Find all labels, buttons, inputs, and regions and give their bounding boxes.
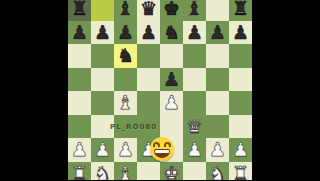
square-d4[interactable] (137, 91, 160, 115)
square-b7[interactable]: ♟ (91, 21, 114, 45)
black-rook-a8: ♜ (71, 0, 88, 21)
black-pawn-f7: ♟ (186, 21, 203, 45)
white-bishop-c1: ♝ (117, 162, 134, 181)
white-queen-f3: ♛ (186, 115, 203, 139)
white-pawn-g2: ♟ (209, 138, 226, 162)
square-c5[interactable] (114, 68, 137, 92)
black-pawn-h7: ♟ (232, 21, 249, 45)
black-pawn-e5: ♟ (163, 68, 180, 92)
square-e1[interactable]: ♚ (160, 162, 183, 181)
black-bishop-c8: ♝ (117, 0, 134, 21)
watermark-text: PL_RO080 (110, 123, 157, 131)
square-c4[interactable]: ♝ (114, 91, 137, 115)
emoji-teeth (155, 150, 169, 154)
square-e7[interactable]: ♞ (160, 21, 183, 45)
square-c1[interactable]: ♝ (114, 162, 137, 181)
black-king-e8: ♚ (163, 0, 180, 21)
square-d8[interactable]: ♛ (137, 0, 160, 21)
white-pawn-a2: ♟ (71, 138, 88, 162)
square-c2[interactable]: ♟ (114, 138, 137, 162)
grinning-emoji (150, 137, 174, 161)
square-f2[interactable]: ♟ (183, 138, 206, 162)
square-g8[interactable] (206, 0, 229, 21)
square-b6[interactable] (91, 44, 114, 68)
square-f8[interactable]: ♝ (183, 0, 206, 21)
white-rook-h1: ♜ (232, 162, 249, 181)
square-f7[interactable]: ♟ (183, 21, 206, 45)
square-f6[interactable] (183, 44, 206, 68)
emoji-right-eye (164, 142, 171, 147)
square-d6[interactable] (137, 44, 160, 68)
square-b8[interactable] (91, 0, 114, 21)
black-pawn-d7: ♟ (140, 21, 157, 45)
square-c7[interactable]: ♟ (114, 21, 137, 45)
square-g3[interactable] (206, 115, 229, 139)
square-h1[interactable]: ♜ (229, 162, 252, 181)
white-pawn-e4: ♟ (163, 91, 180, 115)
square-h4[interactable] (229, 91, 252, 115)
black-pawn-g7: ♟ (209, 21, 226, 45)
square-a2[interactable]: ♟ (68, 138, 91, 162)
square-b5[interactable] (91, 68, 114, 92)
black-queen-d8: ♛ (140, 0, 157, 21)
square-h6[interactable] (229, 44, 252, 68)
square-c6[interactable]: ♞ (114, 44, 137, 68)
white-pawn-c2: ♟ (117, 138, 134, 162)
black-pawn-b7: ♟ (94, 21, 111, 45)
square-d1[interactable] (137, 162, 160, 181)
black-pawn-a7: ♟ (71, 21, 88, 45)
square-g6[interactable] (206, 44, 229, 68)
white-knight-g1: ♞ (209, 162, 226, 181)
white-pawn-b2: ♟ (94, 138, 111, 162)
white-bishop-c4: ♝ (117, 91, 134, 115)
black-knight-c6: ♞ (117, 44, 134, 68)
square-h5[interactable] (229, 68, 252, 92)
square-h2[interactable]: ♟ (229, 138, 252, 162)
square-g7[interactable]: ♟ (206, 21, 229, 45)
black-rook-h8: ♜ (232, 0, 249, 21)
square-a8[interactable]: ♜ (68, 0, 91, 21)
square-e6[interactable] (160, 44, 183, 68)
square-d7[interactable]: ♟ (137, 21, 160, 45)
black-bishop-f8: ♝ (186, 0, 203, 21)
square-f5[interactable] (183, 68, 206, 92)
square-h7[interactable]: ♟ (229, 21, 252, 45)
square-e5[interactable]: ♟ (160, 68, 183, 92)
square-g2[interactable]: ♟ (206, 138, 229, 162)
video-frame: ♜♝♛♚♝♜♟♟♟♟♞♟♟♟♞♟♝♟♛♟♟♟♟♟♟♟♜♞♝♚♞♜ PL_RO08… (0, 0, 320, 180)
white-knight-b1: ♞ (94, 162, 111, 181)
square-a7[interactable]: ♟ (68, 21, 91, 45)
white-pawn-h2: ♟ (232, 138, 249, 162)
square-e4[interactable]: ♟ (160, 91, 183, 115)
square-d5[interactable] (137, 68, 160, 92)
square-g1[interactable]: ♞ (206, 162, 229, 181)
right-letterbox-bar (252, 0, 320, 180)
square-a3[interactable] (68, 115, 91, 139)
white-king-e1: ♚ (163, 162, 180, 181)
square-g5[interactable] (206, 68, 229, 92)
emoji-left-eye (153, 142, 160, 147)
square-b4[interactable] (91, 91, 114, 115)
square-e8[interactable]: ♚ (160, 0, 183, 21)
white-pawn-f2: ♟ (186, 138, 203, 162)
emoji-mouth (154, 149, 170, 158)
square-c8[interactable]: ♝ (114, 0, 137, 21)
square-g4[interactable] (206, 91, 229, 115)
square-a1[interactable]: ♜ (68, 162, 91, 181)
square-h8[interactable]: ♜ (229, 0, 252, 21)
square-f1[interactable] (183, 162, 206, 181)
square-a6[interactable] (68, 44, 91, 68)
square-b2[interactable]: ♟ (91, 138, 114, 162)
square-a4[interactable] (68, 91, 91, 115)
square-f3[interactable]: ♛ (183, 115, 206, 139)
square-e3[interactable] (160, 115, 183, 139)
square-b1[interactable]: ♞ (91, 162, 114, 181)
white-rook-a1: ♜ (71, 162, 88, 181)
square-h3[interactable] (229, 115, 252, 139)
black-pawn-c7: ♟ (117, 21, 134, 45)
black-knight-e7: ♞ (163, 21, 180, 45)
square-f4[interactable] (183, 91, 206, 115)
square-a5[interactable] (68, 68, 91, 92)
left-letterbox-bar (0, 0, 68, 180)
